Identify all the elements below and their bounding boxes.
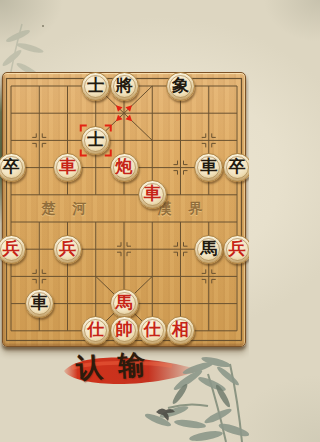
piece-red-horse[interactable]: 馬 <box>110 289 139 318</box>
piece-black-pawn[interactable]: 卒 <box>0 153 26 182</box>
piece-black-pawn[interactable]: 卒 <box>223 153 250 182</box>
game-screen: { "game": "xiangqi", "position": { "fen"… <box>0 0 249 442</box>
piece-black-elephant[interactable]: 象 <box>166 72 195 101</box>
piece-glyph: 仕 <box>87 321 104 338</box>
xiangqi-board[interactable]: 楚 河 漢 界 士將象士卒車炮車卒車兵兵馬兵車馬仕帥仕相 <box>2 72 246 347</box>
piece-red-advisor[interactable]: 仕 <box>138 316 167 345</box>
resign-button[interactable]: 认输 <box>52 344 202 394</box>
piece-red-pawn[interactable]: 兵 <box>53 235 82 264</box>
piece-black-advisor[interactable]: 士 <box>81 72 110 101</box>
piece-glyph: 馬 <box>116 294 133 311</box>
piece-red-general[interactable]: 帥 <box>110 316 139 345</box>
piece-red-chariot[interactable]: 車 <box>53 153 82 182</box>
piece-glyph: 炮 <box>116 158 133 175</box>
piece-glyph: 車 <box>31 294 48 311</box>
piece-glyph: 仕 <box>144 321 161 338</box>
piece-glyph: 車 <box>200 158 217 175</box>
piece-red-pawn[interactable]: 兵 <box>223 235 250 264</box>
piece-glyph: 將 <box>116 77 133 94</box>
piece-glyph: 車 <box>144 185 161 202</box>
piece-glyph: 兵 <box>229 240 246 257</box>
piece-glyph: 象 <box>172 77 189 94</box>
piece-glyph: 帥 <box>116 321 133 338</box>
river-label-left: 楚 河 <box>41 199 93 217</box>
piece-glyph: 兵 <box>59 240 76 257</box>
piece-glyph: 車 <box>59 158 76 175</box>
piece-glyph: 兵 <box>3 240 20 257</box>
piece-black-horse[interactable]: 馬 <box>194 235 223 264</box>
piece-red-chariot[interactable]: 車 <box>138 180 167 209</box>
piece-glyph: 相 <box>172 321 189 338</box>
piece-glyph: 卒 <box>229 158 246 175</box>
piece-black-chariot[interactable]: 車 <box>25 289 54 318</box>
piece-red-pawn[interactable]: 兵 <box>0 235 26 264</box>
paper-speck <box>42 25 44 27</box>
piece-glyph: 馬 <box>200 240 217 257</box>
bird-icon <box>156 408 175 421</box>
resign-label: 认输 <box>75 346 161 386</box>
piece-glyph: 士 <box>87 77 104 94</box>
piece-red-cannon[interactable]: 炮 <box>110 153 139 182</box>
piece-black-advisor[interactable]: 士 <box>81 126 110 155</box>
piece-glyph: 卒 <box>3 158 20 175</box>
piece-black-general[interactable]: 將 <box>110 72 139 101</box>
piece-glyph: 士 <box>87 131 104 148</box>
